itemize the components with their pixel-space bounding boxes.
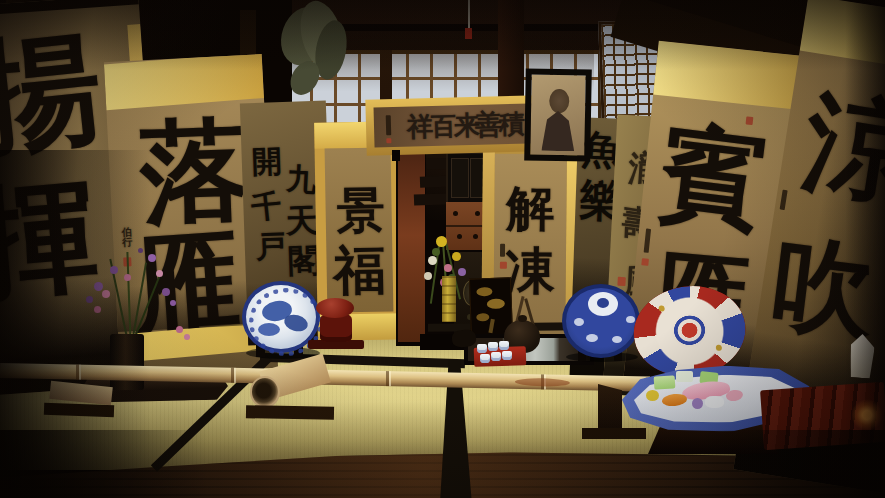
tatami-room-photo: 揚 揮 落 雁 伯行 開 千 戸 九 天 閣 景 福 [0,0,885,498]
vignette [0,0,885,498]
